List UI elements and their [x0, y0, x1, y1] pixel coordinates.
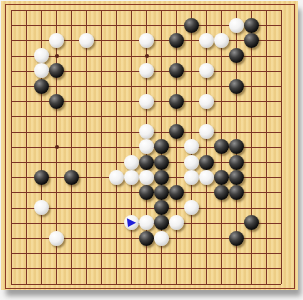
white-stone[interactable]	[139, 124, 154, 139]
black-stone[interactable]	[229, 231, 244, 246]
white-stone[interactable]	[184, 155, 199, 170]
grid-line-vertical	[206, 10, 207, 284]
white-stone[interactable]	[199, 33, 214, 48]
white-stone[interactable]	[124, 155, 139, 170]
black-stone[interactable]	[154, 139, 169, 154]
black-stone[interactable]	[244, 18, 259, 33]
white-stone[interactable]	[49, 231, 64, 246]
black-stone[interactable]	[154, 170, 169, 185]
black-stone[interactable]	[244, 215, 259, 230]
grid-line-vertical	[266, 10, 267, 284]
white-stone[interactable]	[124, 215, 139, 230]
black-stone[interactable]	[139, 155, 154, 170]
white-stone[interactable]	[139, 94, 154, 109]
grid-line-vertical	[281, 10, 282, 284]
white-stone[interactable]	[109, 170, 124, 185]
white-stone[interactable]	[214, 33, 229, 48]
black-stone[interactable]	[229, 48, 244, 63]
white-stone[interactable]	[139, 33, 154, 48]
grid-line-vertical	[176, 10, 177, 284]
white-stone[interactable]	[139, 63, 154, 78]
grid-line-horizontal	[11, 268, 281, 269]
black-stone[interactable]	[199, 155, 214, 170]
black-stone[interactable]	[49, 94, 64, 109]
last-move-triangle-icon	[126, 217, 137, 228]
black-stone[interactable]	[169, 124, 184, 139]
black-stone[interactable]	[154, 185, 169, 200]
grid-line-horizontal	[11, 253, 281, 254]
black-stone[interactable]	[139, 185, 154, 200]
white-stone[interactable]	[184, 139, 199, 154]
black-stone[interactable]	[229, 139, 244, 154]
white-stone[interactable]	[199, 124, 214, 139]
white-stone[interactable]	[199, 170, 214, 185]
black-stone[interactable]	[154, 155, 169, 170]
black-stone[interactable]	[184, 18, 199, 33]
white-stone[interactable]	[139, 215, 154, 230]
white-stone[interactable]	[199, 94, 214, 109]
black-stone[interactable]	[154, 200, 169, 215]
white-stone[interactable]	[49, 33, 64, 48]
black-stone[interactable]	[49, 63, 64, 78]
white-stone[interactable]	[139, 170, 154, 185]
black-stone[interactable]	[169, 33, 184, 48]
white-stone[interactable]	[229, 18, 244, 33]
black-stone[interactable]	[34, 79, 49, 94]
white-stone[interactable]	[184, 200, 199, 215]
black-stone[interactable]	[169, 185, 184, 200]
white-stone[interactable]	[34, 200, 49, 215]
grid-line-horizontal	[11, 284, 281, 285]
go-app-screenshot	[0, 0, 303, 300]
black-stone[interactable]	[34, 170, 49, 185]
black-stone[interactable]	[229, 79, 244, 94]
black-stone[interactable]	[214, 185, 229, 200]
black-stone[interactable]	[229, 170, 244, 185]
white-stone[interactable]	[169, 215, 184, 230]
black-stone[interactable]	[229, 185, 244, 200]
white-stone[interactable]	[34, 48, 49, 63]
grid-line-horizontal	[11, 208, 281, 209]
black-stone[interactable]	[154, 215, 169, 230]
grid-line-vertical	[251, 10, 252, 284]
white-stone[interactable]	[79, 33, 94, 48]
go-board[interactable]	[1, 1, 298, 290]
white-stone[interactable]	[184, 170, 199, 185]
white-stone[interactable]	[199, 63, 214, 78]
star-point	[145, 54, 149, 58]
black-stone[interactable]	[169, 94, 184, 109]
white-stone[interactable]	[34, 63, 49, 78]
black-stone[interactable]	[244, 33, 259, 48]
black-stone[interactable]	[214, 170, 229, 185]
star-point	[55, 145, 59, 149]
black-stone[interactable]	[139, 231, 154, 246]
black-stone[interactable]	[169, 63, 184, 78]
black-stone[interactable]	[214, 139, 229, 154]
white-stone[interactable]	[154, 231, 169, 246]
white-stone[interactable]	[124, 170, 139, 185]
white-stone[interactable]	[139, 139, 154, 154]
star-point	[55, 54, 59, 58]
black-stone[interactable]	[64, 170, 79, 185]
black-stone[interactable]	[229, 155, 244, 170]
